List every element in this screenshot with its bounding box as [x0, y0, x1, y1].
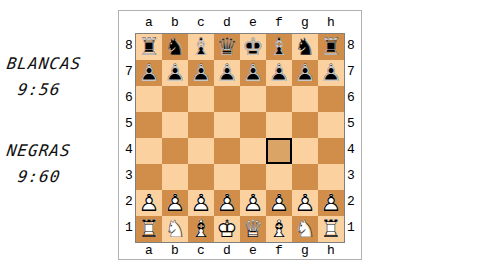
- square-h7[interactable]: ♟♙: [318, 60, 344, 86]
- square-b1[interactable]: ♞♘: [162, 216, 188, 242]
- pawn-glyph-fill: ♟: [162, 60, 188, 86]
- square-f6[interactable]: [266, 86, 292, 112]
- square-e7[interactable]: ♟♙: [240, 60, 266, 86]
- piece-white-rook-h1: ♜♖: [318, 216, 344, 242]
- piece-black-knight-b8: ♞♘: [162, 34, 188, 60]
- queen-glyph-outline: ♕: [214, 34, 240, 60]
- file-label-g: g: [292, 243, 318, 259]
- square-a2[interactable]: ♟♙: [136, 190, 162, 216]
- pawn-glyph-outline: ♙: [318, 60, 344, 86]
- piece-black-pawn-d7: ♟♙: [214, 60, 240, 86]
- square-g8[interactable]: ♞♘: [292, 34, 318, 60]
- square-b4[interactable]: [162, 138, 188, 164]
- queen-glyph-fill: ♛: [214, 34, 240, 60]
- queen-glyph-outline: ♕: [240, 216, 266, 242]
- square-h4[interactable]: [318, 138, 344, 164]
- rank-label-5: 5: [123, 111, 135, 137]
- piece-black-pawn-h7: ♟♙: [318, 60, 344, 86]
- square-a8[interactable]: ♜♖: [136, 34, 162, 60]
- file-label-a: a: [136, 243, 162, 259]
- knight-glyph-outline: ♘: [162, 34, 188, 60]
- square-f8[interactable]: ♝♗: [266, 34, 292, 60]
- square-e1[interactable]: ♛♕: [240, 216, 266, 242]
- piece-black-pawn-g7: ♟♙: [292, 60, 318, 86]
- piece-white-knight-b1: ♞♘: [162, 216, 188, 242]
- square-f3[interactable]: [266, 164, 292, 190]
- piece-black-rook-a8: ♜♖: [136, 34, 162, 60]
- square-b6[interactable]: [162, 86, 188, 112]
- rook-glyph-outline: ♖: [136, 34, 162, 60]
- rank-label-6: 6: [345, 85, 357, 111]
- piece-white-pawn-g2: ♟♙: [292, 190, 318, 216]
- piece-white-pawn-d2: ♟♙: [214, 190, 240, 216]
- square-f5[interactable]: [266, 112, 292, 138]
- file-label-f: f: [266, 243, 292, 259]
- king-glyph-outline: ♔: [214, 216, 240, 242]
- king-glyph-fill: ♚: [214, 216, 240, 242]
- square-b7[interactable]: ♟♙: [162, 60, 188, 86]
- pawn-glyph-outline: ♙: [214, 60, 240, 86]
- square-g6[interactable]: [292, 86, 318, 112]
- square-c5[interactable]: [188, 112, 214, 138]
- pawn-glyph-outline: ♙: [292, 60, 318, 86]
- pawn-glyph-fill: ♟: [188, 190, 214, 216]
- square-d2[interactable]: ♟♙: [214, 190, 240, 216]
- piece-white-knight-g1: ♞♘: [292, 216, 318, 242]
- pawn-glyph-fill: ♟: [292, 190, 318, 216]
- square-b8[interactable]: ♞♘: [162, 34, 188, 60]
- board-middle: 87654321 ♜♖♞♘♝♗♛♕♚♔♝♗♞♘♜♖♟♙♟♙♟♙♟♙♟♙♟♙♟♙♟…: [123, 33, 357, 243]
- square-g2[interactable]: ♟♙: [292, 190, 318, 216]
- piece-black-pawn-f7: ♟♙: [266, 60, 292, 86]
- square-g5[interactable]: [292, 112, 318, 138]
- file-label-b: b: [162, 11, 188, 35]
- pawn-glyph-fill: ♟: [214, 190, 240, 216]
- pawn-glyph-fill: ♟: [292, 60, 318, 86]
- knight-glyph-outline: ♘: [162, 216, 188, 242]
- square-h5[interactable]: [318, 112, 344, 138]
- square-f1[interactable]: ♝♗: [266, 216, 292, 242]
- pawn-glyph-fill: ♟: [266, 190, 292, 216]
- file-label-f: f: [266, 11, 292, 35]
- piece-black-pawn-b7: ♟♙: [162, 60, 188, 86]
- pawn-glyph-outline: ♙: [292, 190, 318, 216]
- rank-label-2: 2: [123, 189, 135, 215]
- square-a6[interactable]: [136, 86, 162, 112]
- rook-glyph-fill: ♜: [136, 34, 162, 60]
- square-g7[interactable]: ♟♙: [292, 60, 318, 86]
- piece-black-pawn-a7: ♟♙: [136, 60, 162, 86]
- file-label-d: d: [214, 243, 240, 259]
- square-d1[interactable]: ♚♔: [214, 216, 240, 242]
- piece-white-pawn-a2: ♟♙: [136, 190, 162, 216]
- file-label-c: c: [188, 243, 214, 259]
- square-b5[interactable]: [162, 112, 188, 138]
- pawn-glyph-fill: ♟: [188, 60, 214, 86]
- rank-label-4: 4: [345, 137, 357, 163]
- square-f7[interactable]: ♟♙: [266, 60, 292, 86]
- square-b2[interactable]: ♟♙: [162, 190, 188, 216]
- square-f2[interactable]: ♟♙: [266, 190, 292, 216]
- square-d3[interactable]: [214, 164, 240, 190]
- file-label-d: d: [214, 11, 240, 35]
- piece-white-pawn-b2: ♟♙: [162, 190, 188, 216]
- square-a5[interactable]: [136, 112, 162, 138]
- file-label-e: e: [240, 243, 266, 259]
- screen: BLANCAS 9:56 NEGRAS 9:60 abcdefgh 876543…: [0, 0, 480, 272]
- rank-label-7: 7: [345, 59, 357, 85]
- bishop-glyph-outline: ♗: [266, 34, 292, 60]
- square-d6[interactable]: [214, 86, 240, 112]
- pawn-glyph-outline: ♙: [318, 190, 344, 216]
- square-e8[interactable]: ♚♔: [240, 34, 266, 60]
- rank-label-8: 8: [123, 33, 135, 59]
- pawn-glyph-outline: ♙: [136, 60, 162, 86]
- rank-label-1: 1: [345, 215, 357, 241]
- square-g1[interactable]: ♞♘: [292, 216, 318, 242]
- pawn-glyph-fill: ♟: [136, 60, 162, 86]
- piece-white-queen-e1: ♛♕: [240, 216, 266, 242]
- pawn-glyph-fill: ♟: [136, 190, 162, 216]
- chess-board-widget: abcdefgh 87654321 ♜♖♞♘♝♗♛♕♚♔♝♗♞♘♜♖♟♙♟♙♟♙…: [118, 10, 362, 260]
- square-c4[interactable]: [188, 138, 214, 164]
- clock-panel: BLANCAS 9:56 NEGRAS 9:60: [0, 0, 116, 272]
- rook-glyph-fill: ♜: [318, 216, 344, 242]
- square-h8[interactable]: ♜♖: [318, 34, 344, 60]
- piece-black-king-e8: ♚♔: [240, 34, 266, 60]
- square-a7[interactable]: ♟♙: [136, 60, 162, 86]
- king-glyph-outline: ♔: [240, 34, 266, 60]
- piece-white-pawn-e2: ♟♙: [240, 190, 266, 216]
- pawn-glyph-outline: ♙: [162, 190, 188, 216]
- square-c7[interactable]: ♟♙: [188, 60, 214, 86]
- square-h2[interactable]: ♟♙: [318, 190, 344, 216]
- knight-glyph-fill: ♞: [292, 216, 318, 242]
- piece-black-queen-d8: ♛♕: [214, 34, 240, 60]
- square-h3[interactable]: [318, 164, 344, 190]
- pawn-glyph-outline: ♙: [266, 190, 292, 216]
- square-d7[interactable]: ♟♙: [214, 60, 240, 86]
- rook-glyph-fill: ♜: [136, 216, 162, 242]
- file-label-b: b: [162, 243, 188, 259]
- rank-label-8: 8: [345, 33, 357, 59]
- square-a4[interactable]: [136, 138, 162, 164]
- piece-black-pawn-e7: ♟♙: [240, 60, 266, 86]
- knight-glyph-fill: ♞: [292, 34, 318, 60]
- rook-glyph-fill: ♜: [318, 34, 344, 60]
- pawn-glyph-fill: ♟: [266, 60, 292, 86]
- knight-glyph-outline: ♘: [292, 216, 318, 242]
- piece-black-knight-g8: ♞♘: [292, 34, 318, 60]
- file-label-g: g: [292, 11, 318, 35]
- rank-labels-right: 87654321: [345, 33, 357, 243]
- piece-black-bishop-f8: ♝♗: [266, 34, 292, 60]
- square-e2[interactable]: ♟♙: [240, 190, 266, 216]
- file-label-c: c: [188, 11, 214, 35]
- file-label-e: e: [240, 11, 266, 35]
- bishop-glyph-outline: ♗: [266, 216, 292, 242]
- white-clock-label: BLANCAS: [6, 54, 83, 73]
- square-h6[interactable]: [318, 86, 344, 112]
- square-d4[interactable]: [214, 138, 240, 164]
- file-label-h: h: [318, 243, 344, 259]
- square-c2[interactable]: ♟♙: [188, 190, 214, 216]
- file-labels-top: abcdefgh: [136, 11, 344, 33]
- pawn-glyph-fill: ♟: [240, 190, 266, 216]
- piece-white-pawn-h2: ♟♙: [318, 190, 344, 216]
- rank-label-3: 3: [123, 163, 135, 189]
- black-clock-label: NEGRAS: [6, 141, 72, 160]
- pawn-glyph-fill: ♟: [318, 60, 344, 86]
- rook-glyph-outline: ♖: [318, 34, 344, 60]
- black-clock-time: 9:60: [17, 167, 62, 186]
- piece-white-bishop-c1: ♝♗: [188, 216, 214, 242]
- square-e3[interactable]: [240, 164, 266, 190]
- pawn-glyph-fill: ♟: [214, 60, 240, 86]
- piece-black-pawn-c7: ♟♙: [188, 60, 214, 86]
- pawn-glyph-outline: ♙: [240, 190, 266, 216]
- square-d5[interactable]: [214, 112, 240, 138]
- pawn-glyph-outline: ♙: [266, 60, 292, 86]
- rank-label-5: 5: [345, 111, 357, 137]
- rank-label-6: 6: [123, 85, 135, 111]
- square-c6[interactable]: [188, 86, 214, 112]
- square-e5[interactable]: [240, 112, 266, 138]
- square-c8[interactable]: ♝♗: [188, 34, 214, 60]
- pawn-glyph-fill: ♟: [318, 190, 344, 216]
- bishop-glyph-outline: ♗: [188, 34, 214, 60]
- file-label-a: a: [136, 11, 162, 35]
- knight-glyph-fill: ♞: [162, 216, 188, 242]
- piece-white-pawn-c2: ♟♙: [188, 190, 214, 216]
- piece-black-bishop-c8: ♝♗: [188, 34, 214, 60]
- pawn-glyph-fill: ♟: [162, 190, 188, 216]
- white-clock-time: 9:56: [17, 80, 62, 99]
- rank-label-3: 3: [345, 163, 357, 189]
- rook-glyph-outline: ♖: [136, 216, 162, 242]
- king-glyph-fill: ♚: [240, 34, 266, 60]
- piece-black-rook-h8: ♜♖: [318, 34, 344, 60]
- rook-glyph-outline: ♖: [318, 216, 344, 242]
- pawn-glyph-outline: ♙: [162, 60, 188, 86]
- pawn-glyph-outline: ♙: [188, 60, 214, 86]
- bishop-glyph-outline: ♗: [188, 216, 214, 242]
- square-c1[interactable]: ♝♗: [188, 216, 214, 242]
- pawn-glyph-fill: ♟: [240, 60, 266, 86]
- pawn-glyph-outline: ♙: [214, 190, 240, 216]
- square-c3[interactable]: [188, 164, 214, 190]
- square-d8[interactable]: ♛♕: [214, 34, 240, 60]
- square-a1[interactable]: ♜♖: [136, 216, 162, 242]
- piece-white-king-d1: ♚♔: [214, 216, 240, 242]
- square-e4[interactable]: [240, 138, 266, 164]
- file-labels-bottom: abcdefgh: [136, 243, 344, 259]
- piece-white-pawn-f2: ♟♙: [266, 190, 292, 216]
- bishop-glyph-fill: ♝: [266, 34, 292, 60]
- cursor-square-f4[interactable]: [266, 138, 292, 164]
- piece-white-bishop-f1: ♝♗: [266, 216, 292, 242]
- rank-label-2: 2: [345, 189, 357, 215]
- square-h1[interactable]: ♜♖: [318, 216, 344, 242]
- pawn-glyph-outline: ♙: [188, 190, 214, 216]
- rank-label-1: 1: [123, 215, 135, 241]
- queen-glyph-fill: ♛: [240, 216, 266, 242]
- pawn-glyph-outline: ♙: [240, 60, 266, 86]
- rank-label-7: 7: [123, 59, 135, 85]
- chess-board[interactable]: ♜♖♞♘♝♗♛♕♚♔♝♗♞♘♜♖♟♙♟♙♟♙♟♙♟♙♟♙♟♙♟♙♟♙♟♙♟♙♟♙…: [135, 33, 345, 243]
- file-label-h: h: [318, 11, 344, 35]
- square-g4[interactable]: [292, 138, 318, 164]
- bishop-glyph-fill: ♝: [266, 216, 292, 242]
- piece-white-rook-a1: ♜♖: [136, 216, 162, 242]
- square-e6[interactable]: [240, 86, 266, 112]
- knight-glyph-outline: ♘: [292, 34, 318, 60]
- square-b3[interactable]: [162, 164, 188, 190]
- bishop-glyph-fill: ♝: [188, 216, 214, 242]
- rank-label-4: 4: [123, 137, 135, 163]
- bishop-glyph-fill: ♝: [188, 34, 214, 60]
- square-g3[interactable]: [292, 164, 318, 190]
- square-a3[interactable]: [136, 164, 162, 190]
- knight-glyph-fill: ♞: [162, 34, 188, 60]
- rank-labels-left: 87654321: [123, 33, 135, 243]
- pawn-glyph-outline: ♙: [136, 190, 162, 216]
